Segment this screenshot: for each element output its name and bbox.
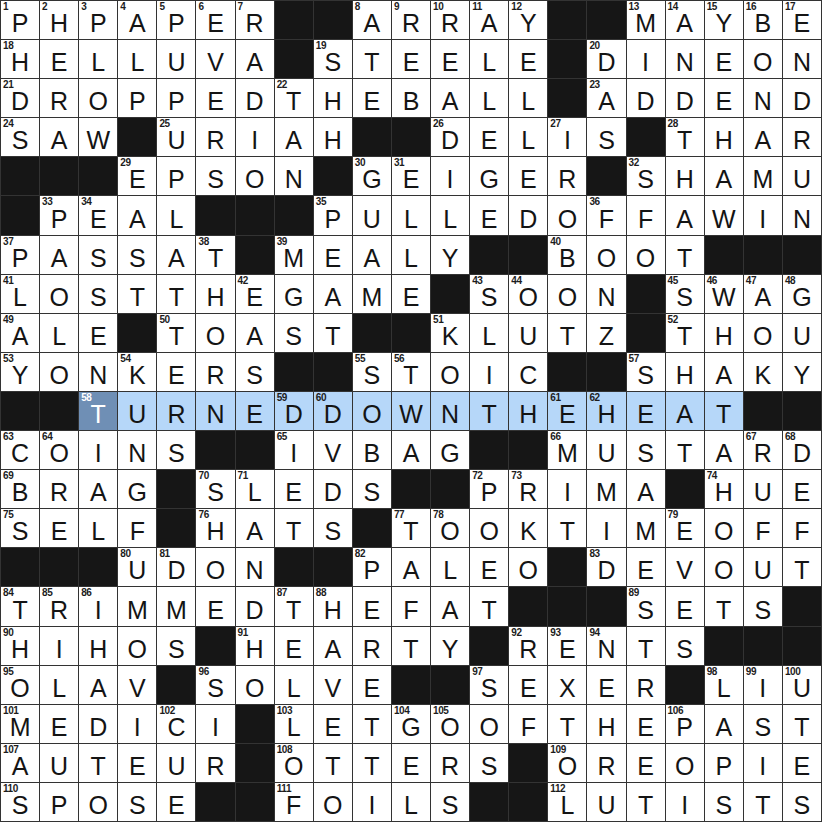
letter-cell[interactable]: B (392, 79, 431, 118)
letter-cell[interactable]: C (509, 353, 548, 392)
letter-cell[interactable]: 55S (353, 353, 392, 392)
letter-cell[interactable]: L (157, 196, 196, 235)
letter-cell[interactable]: T (548, 509, 587, 548)
letter-cell[interactable]: O (548, 196, 587, 235)
letter-cell[interactable]: Y (783, 353, 822, 392)
letter-cell[interactable]: 56T (392, 353, 431, 392)
letter-cell[interactable]: E (431, 40, 470, 79)
letter-cell[interactable]: 50T (157, 314, 196, 353)
letter-cell[interactable]: A (118, 196, 157, 235)
letter-cell[interactable]: T (392, 627, 431, 666)
letter-cell[interactable]: 86I (79, 587, 118, 626)
letter-cell[interactable]: W (79, 118, 118, 157)
letter-cell[interactable]: A (275, 118, 314, 157)
letter-cell[interactable]: N (431, 392, 470, 431)
letter-cell[interactable]: R (587, 744, 626, 783)
letter-cell[interactable]: E (705, 40, 744, 79)
letter-cell[interactable]: 111F (275, 783, 314, 822)
letter-cell[interactable]: E (666, 587, 705, 626)
letter-cell[interactable]: T (157, 275, 196, 314)
letter-cell[interactable]: 53Y (1, 353, 40, 392)
letter-cell[interactable]: I (587, 509, 626, 548)
letter-cell[interactable]: T (744, 783, 783, 822)
letter-cell[interactable]: A (431, 587, 470, 626)
letter-cell[interactable]: A (79, 470, 118, 509)
letter-cell[interactable]: R (157, 392, 196, 431)
letter-cell[interactable]: N (587, 275, 626, 314)
letter-cell[interactable]: E (157, 353, 196, 392)
letter-cell[interactable]: A (79, 666, 118, 705)
letter-cell[interactable]: A (40, 236, 79, 275)
letter-cell[interactable]: A (236, 40, 275, 79)
letter-cell[interactable]: 14A (666, 1, 705, 40)
letter-cell[interactable]: 38T (196, 236, 235, 275)
letter-cell[interactable]: V (118, 666, 157, 705)
letter-cell[interactable]: U (157, 744, 196, 783)
letter-cell[interactable]: 82P (353, 548, 392, 587)
letter-cell[interactable]: T (79, 744, 118, 783)
letter-cell[interactable]: 70S (196, 470, 235, 509)
letter-cell[interactable]: 46W (705, 275, 744, 314)
letter-cell[interactable]: O (353, 392, 392, 431)
letter-cell[interactable]: F (627, 196, 666, 235)
letter-cell[interactable]: O (236, 666, 275, 705)
letter-cell[interactable]: 89S (627, 587, 666, 626)
letter-cell[interactable]: O (509, 548, 548, 587)
letter-cell[interactable]: I (353, 783, 392, 822)
letter-cell[interactable]: S (118, 236, 157, 275)
letter-cell[interactable]: V (666, 548, 705, 587)
letter-cell[interactable]: T (705, 587, 744, 626)
letter-cell[interactable]: E (587, 666, 626, 705)
letter-cell[interactable]: O (196, 548, 235, 587)
letter-cell[interactable]: L (79, 40, 118, 79)
letter-cell[interactable]: T (627, 627, 666, 666)
letter-cell[interactable]: S (587, 118, 626, 157)
letter-cell[interactable]: S (744, 705, 783, 744)
letter-cell[interactable]: O (470, 705, 509, 744)
letter-cell[interactable]: E (509, 666, 548, 705)
letter-cell[interactable]: Z (587, 314, 626, 353)
letter-cell[interactable]: 33P (40, 196, 79, 235)
letter-cell[interactable]: 68D (783, 431, 822, 470)
letter-cell[interactable]: V (196, 40, 235, 79)
letter-cell[interactable]: I (196, 705, 235, 744)
letter-cell[interactable]: 69B (1, 470, 40, 509)
letter-cell[interactable]: 11A (470, 1, 509, 40)
letter-cell[interactable]: I (744, 744, 783, 783)
letter-cell[interactable]: L (509, 79, 548, 118)
letter-cell[interactable]: A (157, 236, 196, 275)
letter-cell[interactable]: 66M (548, 431, 587, 470)
letter-cell[interactable]: 5P (157, 1, 196, 40)
letter-cell[interactable]: A (705, 705, 744, 744)
letter-cell[interactable]: Y (431, 236, 470, 275)
letter-cell[interactable]: E (40, 509, 79, 548)
letter-cell[interactable]: E (392, 275, 431, 314)
letter-cell[interactable]: 63C (1, 431, 40, 470)
letter-cell[interactable]: 43S (470, 275, 509, 314)
letter-cell[interactable]: 90H (1, 627, 40, 666)
letter-cell[interactable]: 45S (666, 275, 705, 314)
letter-cell[interactable]: L (470, 40, 509, 79)
letter-cell[interactable]: O (236, 157, 275, 196)
letter-cell[interactable]: 25U (157, 118, 196, 157)
letter-cell[interactable]: T (314, 314, 353, 353)
letter-cell[interactable]: 8A (353, 1, 392, 40)
letter-cell[interactable]: 91H (236, 627, 275, 666)
letter-cell[interactable]: A (40, 118, 79, 157)
letter-cell[interactable]: S (353, 470, 392, 509)
letter-cell[interactable]: U (353, 196, 392, 235)
letter-cell[interactable]: O (431, 353, 470, 392)
letter-cell[interactable]: 22T (275, 79, 314, 118)
letter-cell[interactable]: 26D (431, 118, 470, 157)
letter-cell[interactable]: R (196, 744, 235, 783)
letter-cell[interactable]: 4A (118, 1, 157, 40)
letter-cell[interactable]: P (118, 79, 157, 118)
letter-cell[interactable]: E (196, 587, 235, 626)
letter-cell[interactable]: 7R (236, 1, 275, 40)
letter-cell[interactable]: L (118, 40, 157, 79)
letter-cell[interactable]: T (470, 587, 509, 626)
letter-cell[interactable]: 48G (783, 275, 822, 314)
letter-cell[interactable]: 109O (548, 744, 587, 783)
letter-cell[interactable]: 71L (236, 470, 275, 509)
letter-cell[interactable]: 37P (1, 236, 40, 275)
letter-cell[interactable]: T (470, 392, 509, 431)
letter-cell[interactable]: U (118, 392, 157, 431)
letter-cell[interactable]: E (783, 744, 822, 783)
letter-cell[interactable]: F (744, 509, 783, 548)
letter-cell[interactable]: T (275, 509, 314, 548)
letter-cell[interactable]: P (705, 744, 744, 783)
letter-cell[interactable]: O (40, 275, 79, 314)
letter-cell[interactable]: H (705, 314, 744, 353)
letter-cell[interactable]: S (666, 627, 705, 666)
letter-cell[interactable]: 92R (509, 627, 548, 666)
letter-cell[interactable]: O (705, 509, 744, 548)
letter-cell[interactable]: G (118, 470, 157, 509)
letter-cell[interactable]: D (783, 79, 822, 118)
letter-cell[interactable]: 41L (1, 275, 40, 314)
letter-cell[interactable]: 101M (1, 705, 40, 744)
letter-cell[interactable]: D (509, 196, 548, 235)
letter-cell[interactable]: E (314, 705, 353, 744)
letter-cell[interactable]: P (40, 783, 79, 822)
letter-cell[interactable]: E (40, 40, 79, 79)
letter-cell[interactable]: L (275, 666, 314, 705)
letter-cell[interactable]: S (275, 314, 314, 353)
letter-cell[interactable]: D (236, 587, 275, 626)
letter-cell[interactable]: 47A (744, 275, 783, 314)
selected-cell[interactable]: 58T (79, 392, 118, 431)
letter-cell[interactable]: M (157, 587, 196, 626)
letter-cell[interactable]: E (627, 392, 666, 431)
letter-cell[interactable]: 78O (431, 509, 470, 548)
letter-cell[interactable]: I (548, 470, 587, 509)
letter-cell[interactable]: R (627, 666, 666, 705)
letter-cell[interactable]: I (666, 783, 705, 822)
letter-cell[interactable]: 42E (236, 275, 275, 314)
letter-cell[interactable]: N (744, 79, 783, 118)
letter-cell[interactable]: N (196, 392, 235, 431)
letter-cell[interactable]: T (783, 705, 822, 744)
letter-cell[interactable]: T (627, 783, 666, 822)
letter-cell[interactable]: S (79, 236, 118, 275)
letter-cell[interactable]: L (40, 666, 79, 705)
letter-cell[interactable]: 10R (431, 1, 470, 40)
letter-cell[interactable]: 94N (587, 627, 626, 666)
letter-cell[interactable]: I (40, 627, 79, 666)
letter-cell[interactable]: 44O (509, 275, 548, 314)
letter-cell[interactable]: E (353, 587, 392, 626)
letter-cell[interactable]: 87T (275, 587, 314, 626)
letter-cell[interactable]: E (392, 40, 431, 79)
letter-cell[interactable]: 57S (627, 353, 666, 392)
letter-cell[interactable]: E (627, 744, 666, 783)
letter-cell[interactable]: O (40, 353, 79, 392)
letter-cell[interactable]: H (196, 275, 235, 314)
letter-cell[interactable]: S (118, 783, 157, 822)
letter-cell[interactable]: 54K (118, 353, 157, 392)
letter-cell[interactable]: F (118, 509, 157, 548)
letter-cell[interactable]: X (548, 666, 587, 705)
letter-cell[interactable]: 29E (118, 157, 157, 196)
letter-cell[interactable]: M (118, 587, 157, 626)
letter-cell[interactable]: D (627, 79, 666, 118)
letter-cell[interactable]: L (392, 196, 431, 235)
letter-cell[interactable]: A (666, 392, 705, 431)
letter-cell[interactable]: 98L (705, 666, 744, 705)
letter-cell[interactable]: L (431, 196, 470, 235)
letter-cell[interactable]: 21D (1, 79, 40, 118)
letter-cell[interactable]: S (744, 587, 783, 626)
letter-cell[interactable]: T (118, 275, 157, 314)
letter-cell[interactable]: T (548, 314, 587, 353)
letter-cell[interactable]: 39M (275, 236, 314, 275)
letter-cell[interactable]: S (783, 783, 822, 822)
letter-cell[interactable]: E (118, 744, 157, 783)
letter-cell[interactable]: H (666, 157, 705, 196)
letter-cell[interactable]: U (587, 783, 626, 822)
letter-cell[interactable]: D (666, 79, 705, 118)
letter-cell[interactable]: 17E (783, 1, 822, 40)
letter-cell[interactable]: 99I (744, 666, 783, 705)
letter-cell[interactable]: S (431, 783, 470, 822)
letter-cell[interactable]: U (783, 314, 822, 353)
letter-cell[interactable]: 64O (40, 431, 79, 470)
letter-cell[interactable]: 88H (314, 587, 353, 626)
letter-cell[interactable]: S (196, 157, 235, 196)
letter-cell[interactable]: G (470, 157, 509, 196)
letter-cell[interactable]: T (353, 705, 392, 744)
letter-cell[interactable]: 105O (431, 705, 470, 744)
letter-cell[interactable]: T (548, 705, 587, 744)
letter-cell[interactable]: A (392, 431, 431, 470)
letter-cell[interactable]: D (79, 705, 118, 744)
letter-cell[interactable]: 84T (1, 587, 40, 626)
letter-cell[interactable]: 100U (783, 666, 822, 705)
letter-cell[interactable]: A (392, 548, 431, 587)
letter-cell[interactable]: V (314, 431, 353, 470)
letter-cell[interactable]: O (705, 548, 744, 587)
letter-cell[interactable]: 6E (196, 1, 235, 40)
letter-cell[interactable]: 32S (627, 157, 666, 196)
letter-cell[interactable]: F (509, 705, 548, 744)
letter-cell[interactable]: O (79, 783, 118, 822)
letter-cell[interactable]: V (314, 666, 353, 705)
letter-cell[interactable]: T (666, 236, 705, 275)
letter-cell[interactable]: N (783, 196, 822, 235)
letter-cell[interactable]: P (157, 157, 196, 196)
letter-cell[interactable]: L (392, 783, 431, 822)
letter-cell[interactable]: M (587, 470, 626, 509)
letter-cell[interactable]: O (666, 744, 705, 783)
letter-cell[interactable]: A (666, 196, 705, 235)
letter-cell[interactable]: 108O (275, 744, 314, 783)
letter-cell[interactable]: I (627, 40, 666, 79)
letter-cell[interactable]: K (744, 353, 783, 392)
letter-cell[interactable]: H (705, 118, 744, 157)
letter-cell[interactable]: E (275, 627, 314, 666)
letter-cell[interactable]: O (744, 40, 783, 79)
letter-cell[interactable]: 107A (1, 744, 40, 783)
letter-cell[interactable]: S (470, 744, 509, 783)
letter-cell[interactable]: E (275, 470, 314, 509)
letter-cell[interactable]: L (79, 509, 118, 548)
letter-cell[interactable]: R (40, 79, 79, 118)
letter-cell[interactable]: R (783, 118, 822, 157)
letter-cell[interactable]: 28T (666, 118, 705, 157)
letter-cell[interactable]: 19S (314, 40, 353, 79)
letter-cell[interactable]: 76H (196, 509, 235, 548)
letter-cell[interactable]: A (705, 157, 744, 196)
letter-cell[interactable]: 51K (431, 314, 470, 353)
letter-cell[interactable]: O (314, 783, 353, 822)
letter-cell[interactable]: F (783, 509, 822, 548)
letter-cell[interactable]: L (431, 548, 470, 587)
letter-cell[interactable]: E (353, 79, 392, 118)
letter-cell[interactable]: A (705, 353, 744, 392)
letter-cell[interactable]: S (627, 431, 666, 470)
letter-cell[interactable]: E (470, 548, 509, 587)
letter-cell[interactable]: L (40, 314, 79, 353)
letter-cell[interactable]: S (314, 509, 353, 548)
letter-cell[interactable]: S (157, 627, 196, 666)
letter-cell[interactable]: 35P (314, 196, 353, 235)
letter-cell[interactable]: 83D (587, 548, 626, 587)
letter-cell[interactable]: Y (431, 627, 470, 666)
letter-cell[interactable]: 110S (1, 783, 40, 822)
letter-cell[interactable]: O (548, 275, 587, 314)
letter-cell[interactable]: T (783, 548, 822, 587)
letter-cell[interactable]: 13M (627, 1, 666, 40)
letter-cell[interactable]: 96S (196, 666, 235, 705)
letter-cell[interactable]: 97S (470, 666, 509, 705)
letter-cell[interactable]: I (744, 196, 783, 235)
letter-cell[interactable]: 95O (1, 666, 40, 705)
letter-cell[interactable]: E (627, 548, 666, 587)
letter-cell[interactable]: L (392, 236, 431, 275)
letter-cell[interactable]: G (431, 431, 470, 470)
letter-cell[interactable]: N (79, 353, 118, 392)
letter-cell[interactable]: 27I (548, 118, 587, 157)
letter-cell[interactable]: 23A (587, 79, 626, 118)
letter-cell[interactable]: E (509, 40, 548, 79)
letter-cell[interactable]: E (236, 392, 275, 431)
letter-cell[interactable]: E (157, 783, 196, 822)
letter-cell[interactable]: A (236, 314, 275, 353)
letter-cell[interactable]: R (40, 470, 79, 509)
letter-cell[interactable]: 80U (118, 548, 157, 587)
letter-cell[interactable]: 65I (275, 431, 314, 470)
letter-cell[interactable]: A (353, 236, 392, 275)
letter-cell[interactable]: 102C (157, 705, 196, 744)
letter-cell[interactable]: I (236, 118, 275, 157)
letter-cell[interactable]: O (470, 509, 509, 548)
letter-cell[interactable]: S (705, 783, 744, 822)
letter-cell[interactable]: 30G (353, 157, 392, 196)
letter-cell[interactable]: 77T (392, 509, 431, 548)
letter-cell[interactable]: U (509, 314, 548, 353)
letter-cell[interactable]: N (783, 40, 822, 79)
letter-cell[interactable]: U (744, 470, 783, 509)
letter-cell[interactable]: 24S (1, 118, 40, 157)
letter-cell[interactable]: T (353, 744, 392, 783)
letter-cell[interactable]: 73R (509, 470, 548, 509)
letter-cell[interactable]: 20D (587, 40, 626, 79)
letter-cell[interactable]: F (392, 587, 431, 626)
letter-cell[interactable]: U (157, 40, 196, 79)
letter-cell[interactable]: L (509, 118, 548, 157)
letter-cell[interactable]: O (627, 236, 666, 275)
letter-cell[interactable]: 93E (548, 627, 587, 666)
letter-cell[interactable]: M (353, 275, 392, 314)
letter-cell[interactable]: A (705, 431, 744, 470)
letter-cell[interactable]: O (79, 79, 118, 118)
letter-cell[interactable]: 85R (40, 587, 79, 626)
letter-cell[interactable]: E (470, 118, 509, 157)
letter-cell[interactable]: 62H (587, 392, 626, 431)
letter-cell[interactable]: H (587, 705, 626, 744)
letter-cell[interactable]: H (314, 79, 353, 118)
letter-cell[interactable]: E (509, 157, 548, 196)
letter-cell[interactable]: T (666, 431, 705, 470)
letter-cell[interactable]: R (196, 353, 235, 392)
letter-cell[interactable]: O (196, 314, 235, 353)
letter-cell[interactable]: A (314, 627, 353, 666)
letter-cell[interactable]: M (744, 157, 783, 196)
letter-cell[interactable]: 112L (548, 783, 587, 822)
letter-cell[interactable]: 60D (314, 392, 353, 431)
letter-cell[interactable]: R (353, 627, 392, 666)
letter-cell[interactable]: U (783, 157, 822, 196)
letter-cell[interactable]: H (666, 353, 705, 392)
letter-cell[interactable]: O (587, 236, 626, 275)
letter-cell[interactable]: 106P (666, 705, 705, 744)
letter-cell[interactable]: O (118, 627, 157, 666)
letter-cell[interactable]: E (196, 79, 235, 118)
letter-cell[interactable]: T (705, 392, 744, 431)
letter-cell[interactable]: 2H (40, 1, 79, 40)
letter-cell[interactable]: G (275, 275, 314, 314)
letter-cell[interactable]: 103L (275, 705, 314, 744)
letter-cell[interactable]: R (196, 118, 235, 157)
letter-cell[interactable]: A (744, 118, 783, 157)
letter-cell[interactable]: E (314, 236, 353, 275)
letter-cell[interactable]: E (353, 666, 392, 705)
